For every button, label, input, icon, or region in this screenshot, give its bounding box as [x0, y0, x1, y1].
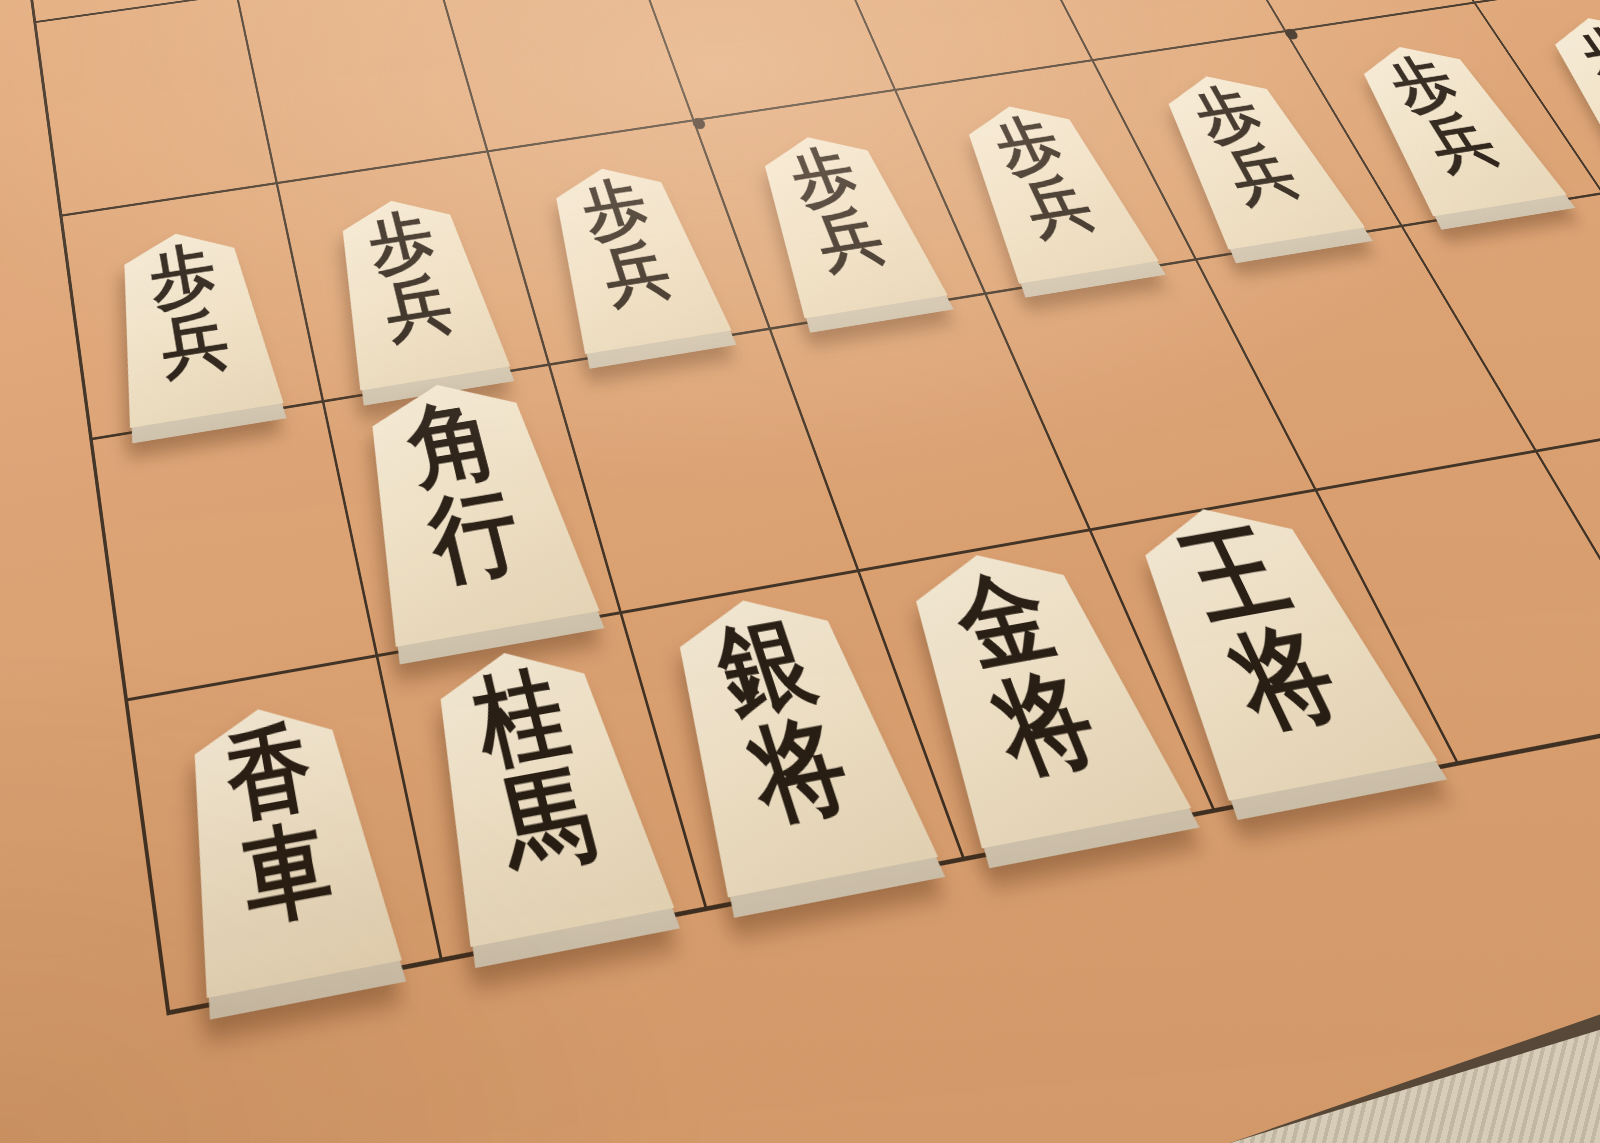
koma-kanji-label: 歩兵 — [142, 229, 236, 383]
koma-pawn-6g[interactable]: 歩兵 — [735, 126, 953, 319]
koma-pawn-8g[interactable]: 歩兵 — [315, 189, 516, 391]
koma-pawn-9g[interactable]: 歩兵 — [97, 222, 289, 429]
koma-face: 歩兵 — [735, 126, 953, 319]
koma-face: 歩兵 — [97, 222, 289, 429]
koma-kanji-label: 歩兵 — [1176, 72, 1309, 209]
koma-kanji-label: 金将 — [932, 547, 1113, 785]
shogi-photo-scene: 歩兵歩兵歩兵歩兵歩兵歩兵歩兵歩兵角行香車桂馬銀将金将王将 — [0, 0, 1600, 1143]
koma-face: 歩兵 — [315, 189, 516, 391]
koma-kanji-label: 銀将 — [698, 593, 863, 833]
koma-kanji-label: 角行 — [394, 378, 533, 591]
koma-pawn-7g[interactable]: 歩兵 — [527, 157, 737, 355]
koma-lance-9i[interactable]: 香車 — [160, 692, 409, 999]
koma-kanji-label: 歩兵 — [1559, 14, 1600, 146]
koma-kanji-label: 歩兵 — [569, 164, 680, 311]
koma-kanji-label: 香車 — [215, 702, 341, 934]
koma-face: 香車 — [160, 692, 409, 999]
koma-face: 桂馬 — [402, 635, 682, 948]
square-9f[interactable] — [36, 0, 278, 217]
perspective-container: 歩兵歩兵歩兵歩兵歩兵歩兵歩兵歩兵角行香車桂馬銀将金将王将 — [0, 0, 1600, 1143]
shogi-board: 歩兵歩兵歩兵歩兵歩兵歩兵歩兵歩兵角行香車桂馬銀将金将王将 — [0, 0, 1600, 1143]
square-8f[interactable] — [238, 0, 489, 184]
board-grid: 歩兵歩兵歩兵歩兵歩兵歩兵歩兵歩兵角行香車桂馬銀将金将王将 — [0, 0, 1600, 1016]
square-9g[interactable]: 歩兵 — [63, 184, 325, 440]
koma-kanji-label: 桂馬 — [460, 645, 606, 883]
koma-face: 歩兵 — [527, 157, 737, 355]
koma-kanji-label: 王将 — [1159, 501, 1358, 740]
koma-kanji-label: 歩兵 — [1370, 42, 1510, 177]
koma-kanji-label: 歩兵 — [358, 196, 461, 347]
koma-kanji-label: 歩兵 — [776, 132, 895, 276]
koma-kanji-label: 歩兵 — [978, 102, 1104, 243]
koma-knight-8i[interactable]: 桂馬 — [402, 635, 682, 948]
